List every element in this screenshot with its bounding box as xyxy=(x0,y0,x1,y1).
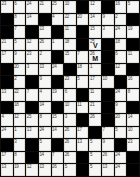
code-number: 15 xyxy=(90,26,94,31)
code-number: 2 xyxy=(14,76,16,81)
code-number: 24 xyxy=(27,1,31,6)
white-cell[interactable]: 17 xyxy=(1,152,13,164)
code-number: 19 xyxy=(128,26,132,31)
white-cell[interactable]: 3 xyxy=(64,114,76,126)
white-cell[interactable]: 26 xyxy=(102,152,114,164)
code-number: 14 xyxy=(39,152,43,157)
code-number: 14 xyxy=(128,114,132,119)
code-number: 13 xyxy=(39,64,43,69)
white-cell[interactable]: 26 xyxy=(64,152,76,164)
white-cell[interactable]: 12 xyxy=(14,114,26,126)
black-cell xyxy=(26,26,38,38)
code-number: 7 xyxy=(27,89,29,94)
code-number: 26 xyxy=(65,152,69,157)
black-cell xyxy=(52,51,64,63)
black-cell xyxy=(89,127,101,139)
code-number: 24 xyxy=(52,64,56,69)
code-number: 14 xyxy=(39,102,43,107)
black-cell xyxy=(127,64,139,76)
white-cell[interactable]: 1 xyxy=(14,127,26,139)
white-cell[interactable]: 7 xyxy=(52,152,64,164)
white-cell[interactable]: 11 xyxy=(64,26,76,38)
white-cell[interactable]: 24 xyxy=(1,127,13,139)
code-number: 11 xyxy=(90,89,94,94)
black-cell xyxy=(102,64,114,76)
code-number: 12 xyxy=(90,1,94,6)
black-cell xyxy=(115,76,127,88)
black-cell xyxy=(64,64,76,76)
black-cell xyxy=(52,26,64,38)
code-number: 3 xyxy=(27,64,29,69)
black-cell xyxy=(26,76,38,88)
code-number: 7 xyxy=(52,152,54,157)
white-cell[interactable]: 10 xyxy=(64,102,76,114)
code-number: 7 xyxy=(14,26,16,31)
white-cell[interactable]: 7 xyxy=(102,127,114,139)
code-number: 13 xyxy=(39,26,43,31)
white-cell[interactable]: 20 xyxy=(115,114,127,126)
code-number: 13 xyxy=(2,89,6,94)
code-number: 5 xyxy=(65,164,67,169)
white-cell[interactable]: 24 xyxy=(115,152,127,164)
code-number: 17 xyxy=(90,76,94,81)
code-number: 17 xyxy=(2,152,6,157)
code-number: 5 xyxy=(77,76,79,81)
white-cell[interactable]: 7 xyxy=(77,51,89,63)
code-number: 6 xyxy=(14,1,16,6)
white-cell[interactable]: 13 xyxy=(39,26,51,38)
black-cell xyxy=(52,102,64,114)
code-number: 9 xyxy=(103,139,105,144)
white-cell[interactable]: 14 xyxy=(127,114,139,126)
white-cell[interactable]: 7 xyxy=(26,89,38,101)
code-number: 21 xyxy=(90,102,94,107)
code-number: 13 xyxy=(39,164,43,169)
white-cell[interactable]: 8 xyxy=(14,152,26,164)
black-cell xyxy=(1,102,13,114)
white-cell[interactable]: 5 xyxy=(127,1,139,13)
code-number: 12 xyxy=(14,114,18,119)
white-cell[interactable]: 6 xyxy=(14,1,26,13)
white-cell[interactable]: 1 xyxy=(89,64,101,76)
code-number: 14 xyxy=(27,14,31,19)
black-cell xyxy=(26,102,38,114)
code-number: 5 xyxy=(90,152,92,157)
white-cell[interactable]: 6 xyxy=(115,51,127,63)
white-cell[interactable]: 21 xyxy=(39,1,51,13)
code-number: 26 xyxy=(39,39,43,44)
white-cell[interactable]: 13 xyxy=(1,164,13,176)
white-cell[interactable]: 3 xyxy=(14,139,26,151)
black-cell xyxy=(77,164,89,176)
code-number: 22 xyxy=(65,14,69,19)
codeword-grid: 2362421251012165814422201492713111532419… xyxy=(0,0,140,177)
white-cell[interactable]: 13 xyxy=(1,89,13,101)
code-number: 19 xyxy=(14,164,18,169)
code-number: 5 xyxy=(90,139,92,144)
white-cell[interactable]: 25 xyxy=(26,114,38,126)
white-cell[interactable]: 5 xyxy=(77,76,89,88)
white-cell[interactable]: 9 xyxy=(14,51,26,63)
code-number: 17 xyxy=(77,127,81,132)
code-number: 13 xyxy=(2,164,6,169)
black-cell xyxy=(77,26,89,38)
white-cell[interactable]: 24 xyxy=(52,64,64,76)
black-cell xyxy=(39,14,51,26)
white-cell[interactable]: 16 xyxy=(127,76,139,88)
white-cell[interactable]: 21 xyxy=(1,39,13,51)
white-cell[interactable]: 11 xyxy=(89,89,101,101)
code-number: 15 xyxy=(52,114,56,119)
code-number: 24 xyxy=(115,89,119,94)
code-number: 11 xyxy=(65,26,69,31)
code-number: 23 xyxy=(2,1,6,6)
code-number: 14 xyxy=(52,127,56,132)
code-number: 20 xyxy=(77,14,81,19)
code-number: 26 xyxy=(65,139,69,144)
white-cell[interactable]: 26M xyxy=(89,51,101,63)
white-cell[interactable]: 13 xyxy=(39,64,51,76)
code-number: 2 xyxy=(39,51,41,56)
code-number: 6 xyxy=(65,89,67,94)
white-cell[interactable]: 7 xyxy=(14,26,26,38)
black-cell xyxy=(102,89,114,101)
white-cell[interactable]: 10 xyxy=(64,1,76,13)
white-cell[interactable]: 5 xyxy=(89,152,101,164)
white-cell[interactable]: 18 xyxy=(115,39,127,51)
white-cell[interactable]: 15 xyxy=(52,114,64,126)
white-cell[interactable]: 21 xyxy=(89,102,101,114)
code-number: 4 xyxy=(39,89,41,94)
black-cell xyxy=(77,152,89,164)
white-cell[interactable]: 24 xyxy=(115,89,127,101)
code-number: 9 xyxy=(103,14,105,19)
code-number: 13 xyxy=(27,127,31,132)
black-cell xyxy=(102,51,114,63)
white-cell[interactable]: 26 xyxy=(39,39,51,51)
code-number: 23 xyxy=(128,139,132,144)
code-number: 1 xyxy=(52,39,54,44)
code-number: 8 xyxy=(128,89,130,94)
code-number: 5 xyxy=(128,1,130,6)
code-number: 23 xyxy=(65,76,69,81)
black-cell xyxy=(115,139,127,151)
code-number: 7 xyxy=(77,51,79,56)
white-cell[interactable]: 10 xyxy=(102,76,114,88)
white-cell[interactable]: 13 xyxy=(77,139,89,151)
white-cell[interactable]: 3 xyxy=(102,26,114,38)
black-cell xyxy=(1,14,13,26)
code-number: 3 xyxy=(103,26,105,31)
black-cell xyxy=(102,39,114,51)
white-cell[interactable]: 20 xyxy=(14,64,26,76)
code-number: 10 xyxy=(128,127,132,132)
code-number: 18 xyxy=(115,39,119,44)
black-cell xyxy=(127,164,139,176)
white-cell[interactable]: 4 xyxy=(1,114,13,126)
code-number: 10 xyxy=(65,1,69,6)
code-number: 24 xyxy=(2,127,6,132)
white-cell[interactable]: 2 xyxy=(115,14,127,26)
code-number: 8 xyxy=(14,14,16,19)
code-number: 24 xyxy=(115,152,119,157)
code-number: 1 xyxy=(14,127,16,132)
black-cell xyxy=(1,139,13,151)
black-cell xyxy=(26,152,38,164)
code-number: 3 xyxy=(14,139,16,144)
white-cell[interactable]: 19 xyxy=(52,89,64,101)
white-cell[interactable]: 25V xyxy=(89,39,101,51)
code-number: 25 xyxy=(27,114,31,119)
black-cell xyxy=(127,14,139,26)
white-cell[interactable]: 17 xyxy=(89,76,101,88)
code-number: 5 xyxy=(90,164,92,169)
white-cell[interactable]: 25 xyxy=(52,1,64,13)
code-number: 7 xyxy=(103,127,105,132)
white-cell[interactable]: 11 xyxy=(77,102,89,114)
code-number: 9 xyxy=(39,76,41,81)
white-cell[interactable]: 26 xyxy=(89,114,101,126)
white-cell[interactable]: 13 xyxy=(102,164,114,176)
white-cell[interactable]: 9 xyxy=(102,14,114,26)
code-number: 12 xyxy=(115,64,119,69)
code-number: 1 xyxy=(90,64,92,69)
white-cell[interactable]: 2 xyxy=(39,51,51,63)
white-cell[interactable]: 9 xyxy=(115,102,127,114)
white-cell[interactable]: 9 xyxy=(39,76,51,88)
code-number: 21 xyxy=(39,1,43,6)
white-cell[interactable]: 8 xyxy=(39,114,51,126)
code-number: 23 xyxy=(27,51,31,56)
white-cell[interactable]: 14 xyxy=(39,102,51,114)
white-cell[interactable]: 11 xyxy=(127,51,139,63)
white-cell[interactable]: 15 xyxy=(64,51,76,63)
code-number: 4 xyxy=(52,14,54,19)
white-cell[interactable]: 24 xyxy=(115,26,127,38)
white-cell[interactable]: 9 xyxy=(102,139,114,151)
code-number: 9 xyxy=(14,51,16,56)
code-number: 10 xyxy=(65,102,69,107)
code-number: 16 xyxy=(115,1,119,6)
white-cell[interactable]: 23 xyxy=(1,1,13,13)
code-number: 8 xyxy=(14,152,16,157)
white-cell[interactable]: 17 xyxy=(77,127,89,139)
white-cell[interactable]: 17 xyxy=(1,51,13,63)
black-cell xyxy=(102,114,114,126)
black-cell xyxy=(1,64,13,76)
white-cell[interactable]: 15 xyxy=(89,26,101,38)
code-number: 11 xyxy=(77,102,81,107)
code-number: 18 xyxy=(77,64,81,69)
starter-letter: V xyxy=(89,41,101,51)
white-cell[interactable]: 16 xyxy=(115,1,127,13)
white-cell[interactable]: 13 xyxy=(39,164,51,176)
code-number: 18 xyxy=(14,102,18,107)
white-cell[interactable]: 20 xyxy=(77,14,89,26)
code-number: 19 xyxy=(52,89,56,94)
white-cell[interactable]: 22 xyxy=(64,14,76,26)
black-cell xyxy=(1,76,13,88)
white-cell[interactable]: 24 xyxy=(115,164,127,176)
white-cell[interactable]: 23 xyxy=(64,76,76,88)
white-cell[interactable]: 13 xyxy=(26,127,38,139)
white-cell[interactable]: 14 xyxy=(52,127,64,139)
code-number: 4 xyxy=(2,114,4,119)
black-cell xyxy=(77,114,89,126)
code-number: 6 xyxy=(115,51,117,56)
code-number: 18 xyxy=(65,39,69,44)
white-cell[interactable]: 12 xyxy=(115,64,127,76)
white-cell[interactable]: 4 xyxy=(52,14,64,26)
white-cell[interactable]: 14 xyxy=(39,152,51,164)
white-cell[interactable]: 2 xyxy=(14,76,26,88)
white-cell[interactable]: 19 xyxy=(14,164,26,176)
starter-letter: M xyxy=(89,53,101,63)
white-cell[interactable]: 8 xyxy=(14,14,26,26)
code-number: 20 xyxy=(14,64,18,69)
code-number: 17 xyxy=(2,51,6,56)
code-number: 13 xyxy=(77,139,81,144)
white-cell[interactable]: 3 xyxy=(26,64,38,76)
black-cell xyxy=(77,1,89,13)
white-cell[interactable]: 5 xyxy=(39,139,51,151)
white-cell[interactable]: 5 xyxy=(89,164,101,176)
code-number: 25 xyxy=(52,1,56,6)
white-cell[interactable]: 24 xyxy=(39,127,51,139)
black-cell xyxy=(77,39,89,51)
code-number: 26 xyxy=(90,114,94,119)
white-cell[interactable]: 12 xyxy=(89,1,101,13)
code-number: 5 xyxy=(39,139,41,144)
black-cell xyxy=(52,76,64,88)
white-cell[interactable]: 4 xyxy=(39,89,51,101)
code-number: 24 xyxy=(115,26,119,31)
white-cell[interactable]: 12 xyxy=(26,39,38,51)
white-cell[interactable]: 18 xyxy=(64,39,76,51)
black-cell xyxy=(102,102,114,114)
white-cell[interactable]: 5 xyxy=(14,39,26,51)
code-number: 24 xyxy=(39,127,43,132)
white-cell[interactable]: 19 xyxy=(127,26,139,38)
code-number: 11 xyxy=(128,51,132,56)
white-cell[interactable]: 14 xyxy=(89,14,101,26)
code-number: 14 xyxy=(90,14,94,19)
black-cell xyxy=(127,152,139,164)
white-cell[interactable]: 26 xyxy=(64,127,76,139)
code-number: 26 xyxy=(52,164,56,169)
code-number: 9 xyxy=(115,102,117,107)
white-cell[interactable]: 5 xyxy=(115,127,127,139)
code-number: 13 xyxy=(103,164,107,169)
white-cell[interactable]: 23 xyxy=(26,51,38,63)
code-number: 24 xyxy=(115,164,119,169)
black-cell xyxy=(127,102,139,114)
black-cell xyxy=(77,89,89,101)
code-number: 26 xyxy=(65,127,69,132)
code-number: 8 xyxy=(39,114,41,119)
white-cell[interactable]: 8 xyxy=(127,89,139,101)
code-number: 26 xyxy=(103,152,107,157)
white-cell[interactable]: 5 xyxy=(64,164,76,176)
code-number: 3 xyxy=(65,114,67,119)
code-number: 12 xyxy=(27,39,31,44)
white-cell[interactable]: 22 xyxy=(14,89,26,101)
code-number: 21 xyxy=(2,39,6,44)
code-number: 5 xyxy=(115,127,117,132)
white-cell[interactable]: 14 xyxy=(26,14,38,26)
white-cell[interactable]: 6 xyxy=(64,89,76,101)
black-cell xyxy=(102,1,114,13)
white-cell[interactable]: 1 xyxy=(52,39,64,51)
white-cell[interactable]: 24 xyxy=(26,1,38,13)
code-number: 5 xyxy=(14,39,16,44)
black-cell xyxy=(52,139,64,151)
black-cell xyxy=(1,26,13,38)
code-number: 16 xyxy=(128,76,132,81)
code-number: 20 xyxy=(115,114,119,119)
code-number: 12 xyxy=(27,164,31,169)
white-cell[interactable]: 23 xyxy=(127,139,139,151)
white-cell[interactable]: 26 xyxy=(64,139,76,151)
black-cell xyxy=(127,39,139,51)
white-cell[interactable]: 5 xyxy=(89,139,101,151)
black-cell xyxy=(26,139,38,151)
code-number: 22 xyxy=(14,89,18,94)
white-cell[interactable]: 10 xyxy=(127,127,139,139)
code-number: 2 xyxy=(115,14,117,19)
white-cell[interactable]: 18 xyxy=(77,64,89,76)
white-cell[interactable]: 26 xyxy=(52,164,64,176)
code-number: 10 xyxy=(103,76,107,81)
white-cell[interactable]: 18 xyxy=(14,102,26,114)
white-cell[interactable]: 12 xyxy=(26,164,38,176)
code-number: 15 xyxy=(65,51,69,56)
